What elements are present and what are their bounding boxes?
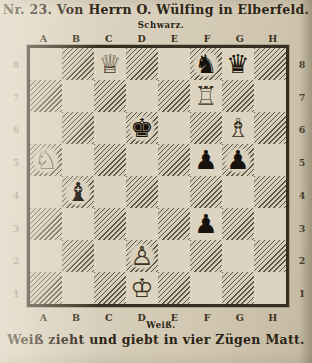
square-e3: [158, 208, 190, 240]
white-bishop-g6: ♗: [222, 112, 254, 144]
square-g1: [222, 272, 254, 304]
square-b7: [62, 80, 94, 112]
square-f2: [190, 240, 222, 272]
rank-label-2: 2: [295, 245, 309, 278]
scanned-book-page: Nr. 23. Von Herrn O. Wülfing in Elberfel…: [0, 0, 312, 363]
rank-label-1: 1: [295, 277, 309, 310]
file-label-g: G: [224, 312, 257, 323]
file-label-b: B: [60, 312, 93, 323]
square-g8: ♛: [222, 48, 254, 80]
rank-labels-right: 87654321: [295, 48, 309, 310]
square-e5: [158, 144, 190, 176]
white-knight-a5: ♘: [30, 144, 62, 176]
square-d3: [126, 208, 158, 240]
file-label-b: B: [60, 33, 93, 44]
square-a5: ♘: [30, 144, 62, 176]
square-g4: [222, 176, 254, 208]
file-label-f: F: [191, 33, 224, 44]
square-f6: [190, 112, 222, 144]
square-f1: [190, 272, 222, 304]
square-h3: [254, 208, 286, 240]
white-king-d1: ♔: [126, 272, 158, 304]
square-c4: [94, 176, 126, 208]
rank-label-3: 3: [295, 212, 309, 245]
square-d1: ♔: [126, 272, 158, 304]
square-f5: ♟: [190, 144, 222, 176]
file-label-d: D: [125, 33, 158, 44]
black-pawn-f3: ♟: [190, 208, 222, 240]
square-a4: [30, 176, 62, 208]
black-king-d6: ♚: [126, 112, 158, 144]
file-label-e: E: [158, 312, 191, 323]
square-h8: [254, 48, 286, 80]
square-g5: ♟: [222, 144, 254, 176]
square-d4: [126, 176, 158, 208]
rank-label-8: 8: [9, 48, 23, 81]
square-c7: [94, 80, 126, 112]
square-b5: [62, 144, 94, 176]
square-f8: ♞: [190, 48, 222, 80]
rank-label-2: 2: [9, 245, 23, 278]
square-b1: [62, 272, 94, 304]
square-e8: [158, 48, 190, 80]
file-label-h: H: [256, 312, 289, 323]
rank-label-7: 7: [9, 81, 23, 114]
square-d8: [126, 48, 158, 80]
rank-label-5: 5: [295, 146, 309, 179]
rank-label-5: 5: [9, 146, 23, 179]
file-label-c: C: [93, 312, 126, 323]
square-b8: [62, 48, 94, 80]
file-label-d: D: [125, 312, 158, 323]
square-b2: [62, 240, 94, 272]
square-b6: [62, 112, 94, 144]
square-d7: [126, 80, 158, 112]
file-label-g: G: [224, 33, 257, 44]
square-f3: ♟: [190, 208, 222, 240]
file-label-a: A: [27, 312, 60, 323]
square-h7: [254, 80, 286, 112]
square-h5: [254, 144, 286, 176]
rank-label-6: 6: [9, 114, 23, 147]
square-a7: [30, 80, 62, 112]
square-e7: [158, 80, 190, 112]
square-d2: ♙: [126, 240, 158, 272]
file-label-f: F: [191, 312, 224, 323]
black-side-label: Schwarz.: [30, 20, 292, 30]
square-g7: [222, 80, 254, 112]
white-pawn-d2: ♙: [126, 240, 158, 272]
black-bishop-b4: ♝: [62, 176, 94, 208]
square-g6: ♗: [222, 112, 254, 144]
white-queen-c8: ♕: [94, 48, 126, 80]
square-f7: ♖: [190, 80, 222, 112]
square-a2: [30, 240, 62, 272]
rank-label-4: 4: [295, 179, 309, 212]
file-label-a: A: [27, 33, 60, 44]
square-g3: [222, 208, 254, 240]
square-b4: ♝: [62, 176, 94, 208]
file-label-h: H: [256, 33, 289, 44]
file-labels-bottom: ABCDEFGH: [27, 312, 289, 323]
square-d5: [126, 144, 158, 176]
square-c2: [94, 240, 126, 272]
square-a1: [30, 272, 62, 304]
square-e2: [158, 240, 190, 272]
square-a3: [30, 208, 62, 240]
board: ♕♞♛♖♚♗♘♟♟♝♟♙♔: [27, 45, 289, 307]
square-d6: ♚: [126, 112, 158, 144]
square-e4: [158, 176, 190, 208]
square-f4: [190, 176, 222, 208]
rank-label-3: 3: [9, 212, 23, 245]
file-label-e: E: [158, 33, 191, 44]
square-c3: [94, 208, 126, 240]
black-knight-f8: ♞: [190, 48, 222, 80]
stipulation-caption: Weiß zieht und giebt in vier Zügen Matt.: [0, 332, 312, 347]
rank-label-6: 6: [295, 114, 309, 147]
rank-label-7: 7: [295, 81, 309, 114]
rank-labels-left: 87654321: [9, 48, 23, 310]
problem-title: Nr. 23. Von Herrn O. Wülfing in Elberfel…: [0, 2, 312, 17]
square-c1: [94, 272, 126, 304]
square-c8: ♕: [94, 48, 126, 80]
square-h6: [254, 112, 286, 144]
square-h1: [254, 272, 286, 304]
square-e6: [158, 112, 190, 144]
file-labels-top: ABCDEFGH: [27, 33, 289, 44]
square-b3: [62, 208, 94, 240]
square-h4: [254, 176, 286, 208]
black-pawn-f5: ♟: [190, 144, 222, 176]
square-e1: [158, 272, 190, 304]
rank-label-1: 1: [9, 277, 23, 310]
file-label-c: C: [93, 33, 126, 44]
rank-label-8: 8: [295, 48, 309, 81]
square-g2: [222, 240, 254, 272]
rank-label-4: 4: [9, 179, 23, 212]
black-queen-g8: ♛: [222, 48, 254, 80]
square-a8: [30, 48, 62, 80]
square-c6: [94, 112, 126, 144]
black-pawn-g5: ♟: [222, 144, 254, 176]
square-c5: [94, 144, 126, 176]
square-a6: [30, 112, 62, 144]
white-rook-f7: ♖: [190, 80, 222, 112]
square-h2: [254, 240, 286, 272]
